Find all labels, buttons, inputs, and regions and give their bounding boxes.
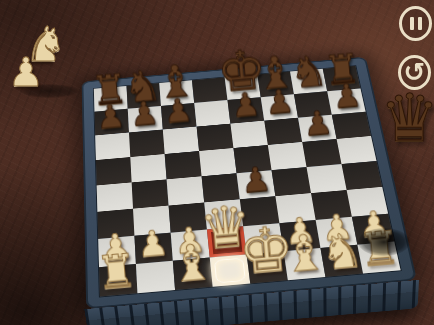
square-h6[interactable] [332,112,371,139]
square-g6[interactable]: ♟ [298,115,337,142]
square-f6[interactable] [264,118,302,145]
black-pawn[interactable]: ♟ [95,100,127,135]
square-g4[interactable] [307,164,347,193]
square-c7[interactable]: ♟ [161,103,197,130]
square-g5[interactable] [302,139,341,167]
black-pawn[interactable]: ♟ [302,106,334,141]
white-pawn[interactable]: ♟ [136,225,170,263]
black-pawn[interactable]: ♟ [230,88,262,123]
square-a7[interactable]: ♟ [95,109,129,136]
square-h5[interactable] [337,136,377,164]
white-bishop[interactable]: ♝ [167,236,216,289]
square-c1[interactable]: ♝ [173,258,213,290]
black-pawn[interactable]: ♟ [129,97,161,132]
pause-icon [410,17,422,30]
square-b5[interactable] [130,154,166,182]
square-d6[interactable] [197,124,234,151]
square-g8[interactable]: ♞ [290,69,327,95]
square-h7[interactable]: ♟ [327,88,365,114]
square-f4[interactable] [272,167,311,196]
captured-black-queen-icon: ♛ [380,86,434,152]
board-rim: ♜♞♝♚♝♞♜♟♟♟♟♟♟♟♟♟♟♟♛♟♟♟♜♝♚♝♞♜ [82,57,417,309]
square-f7[interactable]: ♟ [261,94,298,120]
square-h4[interactable] [341,161,382,190]
square-c5[interactable] [165,151,202,179]
white-rook[interactable]: ♜ [94,247,139,296]
square-b7[interactable]: ♟ [128,106,163,133]
board-grid: ♜♞♝♚♝♞♜♟♟♟♟♟♟♟♟♟♟♟♛♟♟♟♜♝♚♝♞♜ [94,66,401,297]
board-scene: ♜♞♝♚♝♞♜♟♟♟♟♟♟♟♟♟♟♟♛♟♟♟♜♝♚♝♞♜ [50,22,434,325]
square-b4[interactable] [132,179,169,208]
square-f5[interactable] [268,142,307,170]
square-d5[interactable] [199,148,237,176]
square-e6[interactable] [230,121,267,148]
square-g1[interactable]: ♞ [320,245,363,277]
pause-button[interactable] [399,6,432,41]
square-a5[interactable] [96,157,132,185]
restart-icon: ↺ [404,59,426,85]
square-f1[interactable]: ♝ [284,248,326,280]
square-e7[interactable]: ♟ [227,97,264,123]
table-background: { "game": "chess", "view": "3d-perspecti… [0,0,434,325]
black-pawn[interactable]: ♟ [162,94,194,129]
board-tilt: ♜♞♝♚♝♞♜♟♟♟♟♟♟♟♟♟♟♟♛♟♟♟♜♝♚♝♞♜ [82,57,417,309]
square-c6[interactable] [163,127,199,154]
black-pawn[interactable]: ♟ [331,79,363,114]
queen-shadow [358,228,410,256]
restart-button[interactable]: ↺ [398,55,431,90]
square-b6[interactable] [129,130,165,157]
captured-white-pawn-icon: ♟ [8,52,44,92]
black-pawn[interactable]: ♟ [264,85,296,120]
square-a4[interactable] [97,182,133,211]
chess-board: ♜♞♝♚♝♞♜♟♟♟♟♟♟♟♟♟♟♟♛♟♟♟♜♝♚♝♞♜ [50,22,434,325]
square-d7[interactable] [194,100,230,127]
square-a1[interactable]: ♜ [99,264,137,297]
square-a6[interactable] [95,133,130,161]
